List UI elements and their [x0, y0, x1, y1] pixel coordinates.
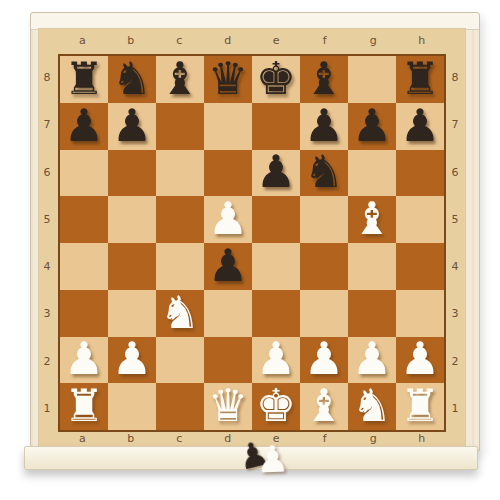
square-e6[interactable]: ♟: [252, 150, 300, 197]
square-f3[interactable]: [300, 290, 348, 337]
rank-label-1-left: 1: [38, 385, 56, 432]
black-pawn-a7[interactable]: ♟: [64, 103, 104, 148]
white-pawn-h2[interactable]: ♟: [400, 336, 440, 381]
square-c6[interactable]: [156, 150, 204, 197]
square-e3[interactable]: [252, 290, 300, 337]
white-rook-h1[interactable]: ♜: [400, 383, 440, 428]
square-e2[interactable]: ♟: [252, 337, 300, 384]
square-d7[interactable]: [204, 103, 252, 150]
square-h3[interactable]: [396, 290, 444, 337]
square-a8[interactable]: ♜: [60, 56, 108, 103]
square-d5[interactable]: ♟: [204, 196, 252, 243]
square-f7[interactable]: ♟: [300, 103, 348, 150]
square-a4[interactable]: [60, 243, 108, 290]
file-label-b-top: b: [107, 34, 156, 52]
file-label-a-top: a: [58, 34, 107, 52]
square-e7[interactable]: [252, 103, 300, 150]
file-label-f-top: f: [301, 34, 350, 52]
rank-labels-left: 87654321: [38, 54, 56, 432]
file-label-c-top: c: [155, 34, 204, 52]
black-pawn-h7[interactable]: ♟: [400, 103, 440, 148]
square-h5[interactable]: [396, 196, 444, 243]
square-h1[interactable]: ♜: [396, 383, 444, 430]
white-pawn-f2[interactable]: ♟: [304, 336, 344, 381]
white-knight-g1[interactable]: ♞: [352, 383, 392, 428]
rank-label-3-left: 3: [38, 290, 56, 337]
square-d8[interactable]: ♛: [204, 56, 252, 103]
square-b3[interactable]: [108, 290, 156, 337]
rank-label-8-left: 8: [38, 54, 56, 101]
rank-label-3-right: 3: [446, 290, 464, 337]
square-c8[interactable]: ♝: [156, 56, 204, 103]
square-a1[interactable]: ♜: [60, 383, 108, 430]
white-pawn-a2[interactable]: ♟: [64, 336, 104, 381]
square-c5[interactable]: [156, 196, 204, 243]
file-labels-top: abcdefgh: [58, 34, 446, 52]
square-a2[interactable]: ♟: [60, 337, 108, 384]
square-f5[interactable]: [300, 196, 348, 243]
black-queen-d8[interactable]: ♛: [208, 56, 248, 101]
square-g7[interactable]: ♟: [348, 103, 396, 150]
square-b7[interactable]: ♟: [108, 103, 156, 150]
square-a6[interactable]: [60, 150, 108, 197]
square-b1[interactable]: [108, 383, 156, 430]
white-knight-c3[interactable]: ♞: [160, 290, 200, 335]
square-h4[interactable]: [396, 243, 444, 290]
square-d2[interactable]: [204, 337, 252, 384]
square-g5[interactable]: ♝: [348, 196, 396, 243]
black-knight-f6[interactable]: ♞: [304, 149, 344, 194]
square-f2[interactable]: ♟: [300, 337, 348, 384]
file-label-e-top: e: [252, 34, 301, 52]
square-g6[interactable]: [348, 150, 396, 197]
square-g8[interactable]: [348, 56, 396, 103]
rank-label-6-left: 6: [38, 149, 56, 196]
white-pawn-g2[interactable]: ♟: [352, 336, 392, 381]
square-f6[interactable]: ♞: [300, 150, 348, 197]
square-a3[interactable]: [60, 290, 108, 337]
square-h8[interactable]: ♜: [396, 56, 444, 103]
square-g4[interactable]: [348, 243, 396, 290]
square-f1[interactable]: ♝: [300, 383, 348, 430]
black-pawn-d4[interactable]: ♟: [208, 243, 248, 288]
black-rook-h8[interactable]: ♜: [400, 56, 440, 101]
captured-white-pawn[interactable]: ♟: [255, 440, 289, 478]
square-a5[interactable]: [60, 196, 108, 243]
black-bishop-f8[interactable]: ♝: [304, 56, 344, 101]
chess-grid: ♜♞♝♛♚♝♜♟♟♟♟♟♟♞♟♝♟♞♟♟♟♟♟♟♜♛♚♝♞♜: [58, 54, 446, 432]
square-a7[interactable]: ♟: [60, 103, 108, 150]
square-b4[interactable]: [108, 243, 156, 290]
square-b2[interactable]: ♟: [108, 337, 156, 384]
white-bishop-f1[interactable]: ♝: [304, 383, 344, 428]
black-knight-b8[interactable]: ♞: [112, 56, 152, 101]
black-rook-a8[interactable]: ♜: [64, 56, 104, 101]
square-c7[interactable]: [156, 103, 204, 150]
rank-label-6-right: 6: [446, 149, 464, 196]
square-e5[interactable]: [252, 196, 300, 243]
rank-label-2-left: 2: [38, 338, 56, 385]
square-d4[interactable]: ♟: [204, 243, 252, 290]
square-f8[interactable]: ♝: [300, 56, 348, 103]
black-pawn-e6[interactable]: ♟: [256, 149, 296, 194]
square-g2[interactable]: ♟: [348, 337, 396, 384]
square-d3[interactable]: [204, 290, 252, 337]
file-label-h-top: h: [398, 34, 447, 52]
black-king-e8[interactable]: ♚: [256, 56, 296, 101]
square-c3[interactable]: ♞: [156, 290, 204, 337]
rank-label-2-right: 2: [446, 338, 464, 385]
white-rook-a1[interactable]: ♜: [64, 383, 104, 428]
rank-label-7-left: 7: [38, 101, 56, 148]
square-g3[interactable]: [348, 290, 396, 337]
white-pawn-d5[interactable]: ♟: [208, 196, 248, 241]
product-photo-demo-chessboard: abcdefgh 87654321 87654321 ♜♞♝♛♚♝♜♟♟♟♟♟♟…: [0, 0, 500, 500]
square-f4[interactable]: [300, 243, 348, 290]
rank-label-1-right: 1: [446, 385, 464, 432]
black-pawn-b7[interactable]: ♟: [112, 103, 152, 148]
rank-label-8-right: 8: [446, 54, 464, 101]
square-g1[interactable]: ♞: [348, 383, 396, 430]
white-pawn-b2[interactable]: ♟: [112, 336, 152, 381]
file-label-d-top: d: [204, 34, 253, 52]
square-h2[interactable]: ♟: [396, 337, 444, 384]
file-label-g-top: g: [349, 34, 398, 52]
rank-label-4-left: 4: [38, 243, 56, 290]
square-e1[interactable]: ♚: [252, 383, 300, 430]
white-bishop-g5[interactable]: ♝: [352, 196, 392, 241]
white-queen-d1[interactable]: ♛: [208, 383, 248, 428]
rank-label-5-right: 5: [446, 196, 464, 243]
square-b8[interactable]: ♞: [108, 56, 156, 103]
square-d6[interactable]: [204, 150, 252, 197]
square-d1[interactable]: ♛: [204, 383, 252, 430]
square-h6[interactable]: [396, 150, 444, 197]
square-c2[interactable]: [156, 337, 204, 384]
black-pawn-g7[interactable]: ♟: [352, 103, 392, 148]
black-bishop-c8[interactable]: ♝: [160, 56, 200, 101]
square-e8[interactable]: ♚: [252, 56, 300, 103]
square-b6[interactable]: [108, 150, 156, 197]
rank-labels-right: 87654321: [446, 54, 464, 432]
square-e4[interactable]: [252, 243, 300, 290]
square-c1[interactable]: [156, 383, 204, 430]
square-c4[interactable]: [156, 243, 204, 290]
square-b5[interactable]: [108, 196, 156, 243]
white-king-e1[interactable]: ♚: [256, 383, 296, 428]
white-pawn-e2[interactable]: ♟: [256, 336, 296, 381]
square-h7[interactable]: ♟: [396, 103, 444, 150]
rank-label-4-right: 4: [446, 243, 464, 290]
black-pawn-f7[interactable]: ♟: [304, 103, 344, 148]
rank-label-5-left: 5: [38, 196, 56, 243]
rank-label-7-right: 7: [446, 101, 464, 148]
